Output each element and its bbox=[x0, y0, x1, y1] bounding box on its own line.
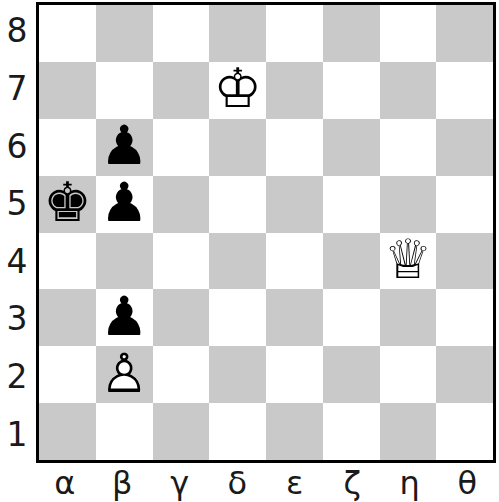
square-c5[interactable] bbox=[153, 176, 210, 233]
square-c1[interactable] bbox=[153, 403, 210, 460]
square-f8[interactable] bbox=[323, 5, 380, 62]
square-b6[interactable]: ♟ bbox=[96, 119, 153, 176]
square-f6[interactable] bbox=[323, 119, 380, 176]
square-a6[interactable] bbox=[39, 119, 96, 176]
square-e8[interactable] bbox=[266, 5, 323, 62]
square-g7[interactable] bbox=[380, 62, 437, 119]
square-d4[interactable] bbox=[209, 233, 266, 290]
square-a8[interactable] bbox=[39, 5, 96, 62]
square-g1[interactable] bbox=[380, 403, 437, 460]
rank-label-3: 3 bbox=[7, 302, 28, 335]
square-f2[interactable] bbox=[323, 346, 380, 403]
square-b3[interactable]: ♟ bbox=[96, 289, 153, 346]
square-c6[interactable] bbox=[153, 119, 210, 176]
white-king-d7[interactable]: ♚♔ bbox=[209, 62, 266, 119]
square-a4[interactable] bbox=[39, 233, 96, 290]
file-label-e: ε bbox=[286, 467, 303, 499]
file-label-h: θ bbox=[457, 467, 477, 499]
square-f3[interactable] bbox=[323, 289, 380, 346]
square-c3[interactable] bbox=[153, 289, 210, 346]
square-a3[interactable] bbox=[39, 289, 96, 346]
square-h1[interactable] bbox=[436, 403, 493, 460]
chess-diagram: 87654321 ♚♔♟♚♟♛♕♟♟♙ αβγδεζηθ bbox=[0, 0, 499, 502]
square-g3[interactable] bbox=[380, 289, 437, 346]
square-h3[interactable] bbox=[436, 289, 493, 346]
white-queen-g4[interactable]: ♛♕ bbox=[380, 233, 437, 290]
rank-labels: 87654321 bbox=[0, 2, 34, 463]
square-f7[interactable] bbox=[323, 62, 380, 119]
file-label-a: α bbox=[54, 467, 75, 499]
square-e3[interactable] bbox=[266, 289, 323, 346]
square-d2[interactable] bbox=[209, 346, 266, 403]
board-frame: ♚♔♟♚♟♛♕♟♟♙ bbox=[36, 2, 496, 463]
piece-glyph: ♟ bbox=[96, 119, 153, 173]
rank-label-1: 1 bbox=[7, 418, 28, 451]
square-h4[interactable] bbox=[436, 233, 493, 290]
square-h5[interactable] bbox=[436, 176, 493, 233]
white-pawn-b2[interactable]: ♟♙ bbox=[96, 346, 153, 403]
square-a1[interactable] bbox=[39, 403, 96, 460]
piece-glyph: ♔ bbox=[209, 62, 266, 116]
piece-glyph: ♚ bbox=[39, 176, 96, 230]
square-d6[interactable] bbox=[209, 119, 266, 176]
square-d7[interactable]: ♚♔ bbox=[209, 62, 266, 119]
piece-glyph: ♕ bbox=[380, 233, 437, 287]
rank-label-8: 8 bbox=[7, 14, 28, 47]
square-e1[interactable] bbox=[266, 403, 323, 460]
square-h6[interactable] bbox=[436, 119, 493, 176]
file-label-g: η bbox=[400, 467, 420, 499]
square-g6[interactable] bbox=[380, 119, 437, 176]
square-d3[interactable] bbox=[209, 289, 266, 346]
square-b4[interactable] bbox=[96, 233, 153, 290]
square-e7[interactable] bbox=[266, 62, 323, 119]
square-b2[interactable]: ♟♙ bbox=[96, 346, 153, 403]
square-h2[interactable] bbox=[436, 346, 493, 403]
square-d8[interactable] bbox=[209, 5, 266, 62]
square-e4[interactable] bbox=[266, 233, 323, 290]
square-g5[interactable] bbox=[380, 176, 437, 233]
file-label-c: γ bbox=[170, 467, 189, 499]
file-label-d: δ bbox=[227, 467, 247, 499]
square-f5[interactable] bbox=[323, 176, 380, 233]
piece-glyph: ♙ bbox=[96, 347, 153, 401]
square-h7[interactable] bbox=[436, 62, 493, 119]
square-e5[interactable] bbox=[266, 176, 323, 233]
rank-label-7: 7 bbox=[7, 72, 28, 105]
square-e6[interactable] bbox=[266, 119, 323, 176]
square-b5[interactable]: ♟ bbox=[96, 176, 153, 233]
square-d5[interactable] bbox=[209, 176, 266, 233]
square-a5[interactable]: ♚ bbox=[39, 176, 96, 233]
square-e2[interactable] bbox=[266, 346, 323, 403]
square-c7[interactable] bbox=[153, 62, 210, 119]
black-pawn-b6[interactable]: ♟ bbox=[96, 119, 153, 176]
file-label-b: β bbox=[112, 467, 132, 499]
square-b1[interactable] bbox=[96, 403, 153, 460]
square-c2[interactable] bbox=[153, 346, 210, 403]
square-c8[interactable] bbox=[153, 5, 210, 62]
file-labels: αβγδεζηθ bbox=[36, 463, 496, 502]
square-b7[interactable] bbox=[96, 62, 153, 119]
black-pawn-b3[interactable]: ♟ bbox=[96, 289, 153, 346]
square-c4[interactable] bbox=[153, 233, 210, 290]
square-f1[interactable] bbox=[323, 403, 380, 460]
square-a2[interactable] bbox=[39, 346, 96, 403]
square-a7[interactable] bbox=[39, 62, 96, 119]
rank-label-2: 2 bbox=[7, 360, 28, 393]
square-g4[interactable]: ♛♕ bbox=[380, 233, 437, 290]
file-label-f: ζ bbox=[344, 467, 361, 499]
square-g8[interactable] bbox=[380, 5, 437, 62]
square-g2[interactable] bbox=[380, 346, 437, 403]
chess-board: ♚♔♟♚♟♛♕♟♟♙ bbox=[39, 5, 493, 460]
black-pawn-b5[interactable]: ♟ bbox=[96, 176, 153, 233]
square-h8[interactable] bbox=[436, 5, 493, 62]
rank-label-5: 5 bbox=[7, 187, 28, 220]
rank-label-6: 6 bbox=[7, 130, 28, 163]
black-king-a5[interactable]: ♚ bbox=[39, 176, 96, 233]
square-b8[interactable] bbox=[96, 5, 153, 62]
piece-glyph: ♟ bbox=[96, 176, 153, 230]
square-d1[interactable] bbox=[209, 403, 266, 460]
piece-glyph: ♟ bbox=[96, 290, 153, 344]
square-f4[interactable] bbox=[323, 233, 380, 290]
rank-label-4: 4 bbox=[7, 245, 28, 278]
